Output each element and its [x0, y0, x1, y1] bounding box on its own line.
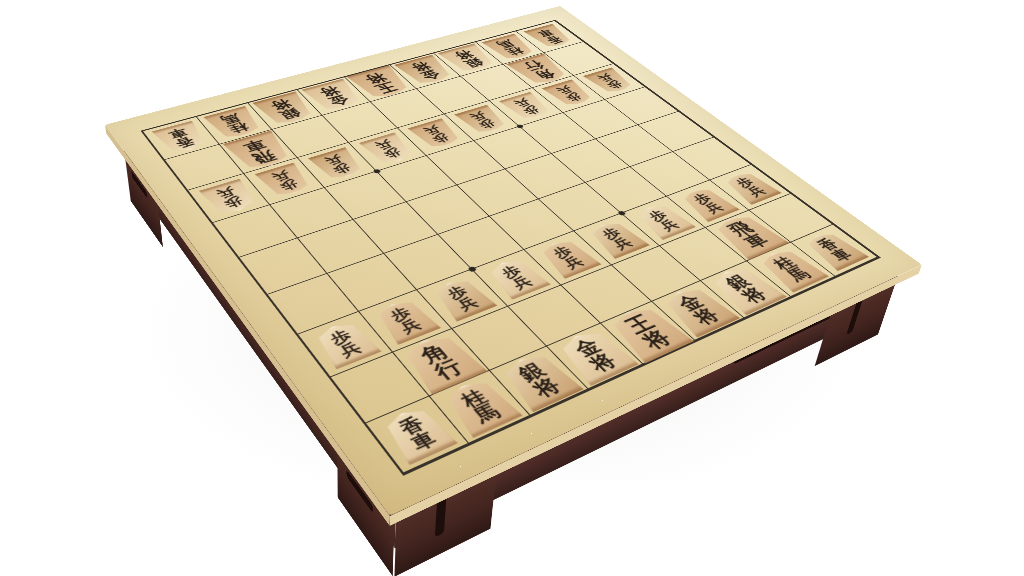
piece-sente-gold[interactable]: 金将 [657, 283, 740, 337]
piece-kanji: 兵 [213, 186, 237, 200]
piece-kanji: 歩 [646, 209, 671, 223]
piece-gote-pawn[interactable]: 歩兵 [541, 79, 596, 108]
piece-gote-pawn[interactable]: 歩兵 [407, 118, 465, 150]
piece-kanji: 角 [417, 341, 453, 366]
piece-sente-silver[interactable]: 銀将 [495, 349, 584, 412]
piece-kanji: 歩 [327, 328, 355, 347]
piece-kanji: 兵 [561, 254, 587, 270]
piece-sente-pawn[interactable]: 歩兵 [371, 296, 441, 345]
piece-kanji: 兵 [455, 295, 482, 313]
piece-kanji: 兵 [702, 201, 726, 215]
piece-kanji: 桂 [770, 254, 799, 272]
piece-kanji: 歩 [599, 226, 624, 241]
piece-kanji: 飛 [725, 219, 757, 238]
piece-kanji: 歩 [550, 244, 575, 260]
piece-gote-silver[interactable]: 銀将 [252, 91, 318, 127]
piece-kanji: 兵 [657, 218, 682, 233]
piece-sente-pawn[interactable]: 歩兵 [310, 318, 382, 369]
piece-kanji: 金 [570, 336, 604, 359]
piece-kanji: 銀 [722, 272, 754, 292]
piece-sente-lance[interactable]: 香車 [800, 229, 869, 271]
piece-kanji: 兵 [509, 274, 535, 291]
piece-kanji: 兵 [554, 85, 575, 96]
piece-sente-pawn[interactable]: 歩兵 [677, 185, 740, 222]
piece-gote-pawn[interactable]: 歩兵 [583, 68, 637, 96]
piece-kanji: 兵 [595, 73, 616, 83]
piece-gote-pawn[interactable]: 歩兵 [254, 163, 315, 200]
piece-kanji: 車 [828, 247, 855, 263]
piece-kanji: 香 [814, 237, 841, 253]
piece-kanji: 兵 [397, 317, 424, 336]
piece-sente-pawn[interactable]: 歩兵 [428, 275, 497, 321]
piece-kanji: 兵 [337, 340, 365, 360]
shogi-board: 香車桂馬銀将金将玉将金将銀将桂馬香車飛車角行歩兵歩兵歩兵歩兵歩兵歩兵歩兵歩兵歩兵… [105, 6, 922, 516]
piece-kanji: 歩 [444, 284, 471, 301]
piece-kanji: 将 [638, 327, 675, 352]
piece-kanji: 将 [738, 285, 771, 306]
star-point [617, 210, 626, 216]
piece-kanji: 銀 [514, 360, 549, 385]
piece-gote-pawn[interactable]: 歩兵 [454, 105, 511, 136]
piece-kanji: 王 [621, 312, 658, 336]
shogi-table-board: 香車桂馬銀将金将玉将金将銀将桂馬香車飛車角行歩兵歩兵歩兵歩兵歩兵歩兵歩兵歩兵歩兵… [105, 6, 922, 516]
piece-kanji: 歩 [387, 305, 414, 323]
piece-gote-pawn[interactable]: 歩兵 [359, 133, 418, 167]
piece-sente-pawn[interactable]: 歩兵 [720, 169, 782, 204]
piece-kanji: 将 [690, 306, 723, 328]
piece-kanji: 将 [585, 351, 620, 375]
piece-gote-pawn[interactable]: 歩兵 [198, 179, 260, 217]
star-point [467, 266, 477, 272]
piece-kanji: 車 [740, 232, 772, 251]
piece-gote-lance[interactable]: 香車 [524, 24, 577, 50]
piece-sente-bishop[interactable]: 角行 [396, 330, 487, 395]
piece-gote-silver[interactable]: 銀将 [438, 43, 500, 74]
piece-gote-pawn[interactable]: 歩兵 [499, 92, 555, 122]
piece-sente-silver[interactable]: 銀将 [705, 263, 787, 315]
piece-kanji: 歩 [221, 195, 245, 210]
piece-sente-gold[interactable]: 金将 [552, 326, 639, 386]
piece-sente-pawn[interactable]: 歩兵 [585, 219, 650, 259]
piece-sente-king[interactable]: 王将 [603, 302, 694, 363]
piece-gote-bishop[interactable]: 角行 [506, 53, 573, 87]
piece-kanji: 香 [396, 414, 428, 438]
piece-kanji: 桂 [457, 387, 490, 410]
piece-kanji: 行 [430, 357, 466, 383]
piece-sente-knight[interactable]: 桂馬 [438, 375, 523, 438]
piece-kanji: 歩 [498, 264, 524, 280]
piece-kanji: 兵 [610, 236, 635, 251]
piece-kanji: 車 [408, 429, 440, 453]
piece-sente-knight[interactable]: 桂馬 [754, 246, 829, 293]
piece-kanji: 兵 [745, 184, 769, 198]
piece-kanji: 金 [674, 292, 707, 313]
piece-kanji: 将 [529, 375, 565, 400]
pieces-layer: 香車桂馬銀将金将玉将金将銀将桂馬香車飛車角行歩兵歩兵歩兵歩兵歩兵歩兵歩兵歩兵歩兵… [105, 6, 922, 516]
piece-sente-pawn[interactable]: 歩兵 [483, 256, 551, 300]
piece-sente-pawn[interactable]: 歩兵 [632, 202, 696, 241]
piece-gote-pawn[interactable]: 歩兵 [308, 147, 368, 182]
piece-kanji: 歩 [277, 178, 301, 192]
piece-sente-lance[interactable]: 香車 [378, 403, 458, 465]
piece-kanji: 馬 [470, 401, 503, 425]
piece-sente-pawn[interactable]: 歩兵 [535, 237, 602, 279]
shogi-scene: 香車桂馬銀将金将玉将金将銀将桂馬香車飛車角行歩兵歩兵歩兵歩兵歩兵歩兵歩兵歩兵歩兵… [0, 0, 1024, 576]
piece-kanji: 馬 [784, 266, 813, 284]
piece-sente-rook[interactable]: 飛車 [708, 211, 789, 260]
piece-gote-lance[interactable]: 香車 [152, 121, 211, 156]
piece-kanji: 兵 [269, 169, 292, 183]
